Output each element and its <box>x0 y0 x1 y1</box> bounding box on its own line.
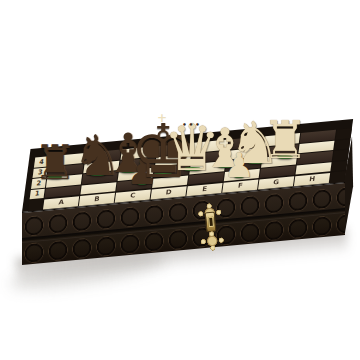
product-photo-scene: 4321ABCDEFGH ♜♞♝♟♚+♛•••♝♟♞♜ <box>0 0 360 360</box>
pieces-layer: ♜♞♝♟♚+♛•••♝♟♞♜ <box>0 0 360 360</box>
accent-white-queen: ••• <box>182 122 201 129</box>
chess-piece-white-rook: ♜ <box>262 114 309 166</box>
chess-piece-black-rook: ♜ <box>33 138 76 186</box>
